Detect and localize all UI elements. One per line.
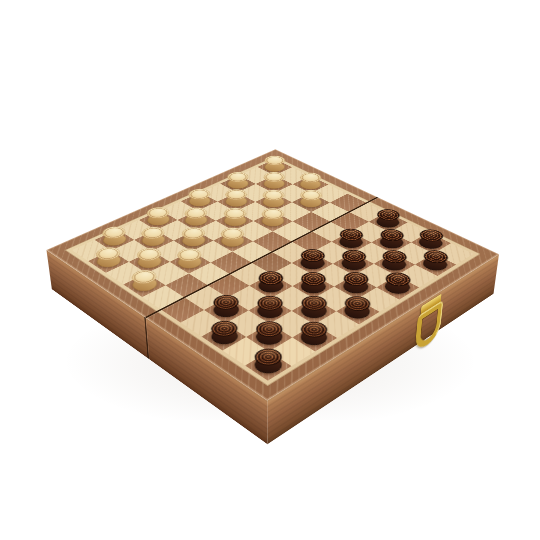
piece-black-man[interactable]: ⛂ (252, 300, 287, 321)
product-photo-stage: ⛀⛀⛂⛂⛀⛀⛂⛂⛀⛀⛂⛂⛀⛀⛂⛂⛀⛀⛂⛂⛀⛀⛂⛂⛀⛀⛂⛂⛀⛀⛂⛂⛀⛀⛂⛂⛀⛀⛂⛂ (0, 0, 540, 540)
piece-black-man[interactable]: ⛂ (378, 255, 411, 273)
piece-black-man[interactable]: ⛂ (338, 277, 372, 296)
piece-black-man[interactable]: ⛂ (206, 326, 243, 348)
piece-white-man[interactable]: ⛀ (127, 275, 161, 294)
piece-black-man[interactable]: ⛂ (340, 301, 375, 322)
piece-black-man[interactable]: ⛂ (254, 276, 288, 295)
piece-black-man[interactable]: ⛂ (209, 300, 244, 321)
piece-black-man[interactable]: ⛂ (419, 256, 452, 274)
piece-black-man[interactable]: ⛂ (381, 278, 415, 297)
piece-black-man[interactable]: ⛂ (296, 277, 330, 296)
piece-black-man[interactable]: ⛂ (251, 326, 288, 348)
piece-black-man[interactable]: ⛂ (296, 301, 331, 322)
piece-black-man[interactable]: ⛂ (337, 255, 370, 273)
piece-black-man[interactable]: ⛂ (296, 327, 333, 349)
piece-black-man[interactable]: ⛂ (296, 254, 329, 272)
piece-white-man[interactable]: ⛀ (92, 253, 125, 271)
piece-white-man[interactable]: ⛀ (133, 253, 166, 271)
piece-black-man[interactable]: ⛂ (249, 354, 287, 378)
piece-white-man[interactable]: ⛀ (174, 253, 207, 271)
fold-seam (144, 317, 149, 359)
